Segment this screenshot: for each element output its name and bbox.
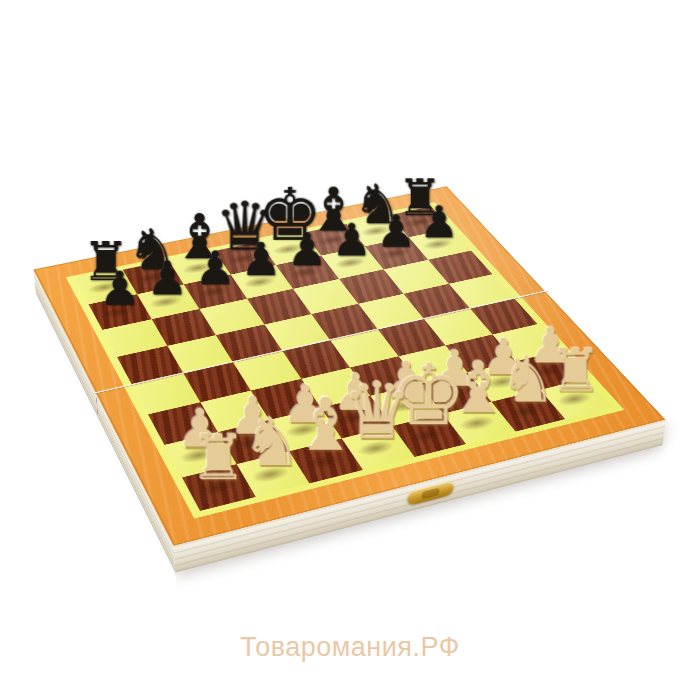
clasp-keeper	[421, 486, 440, 499]
black-pawn-a7[interactable]: ♟	[79, 218, 161, 312]
chess-board[interactable]: ♜♞♝♛♚♝♞♜♟♟♟♟♟♟♟♟♟♟♟♟♟♟♟♟♜♞♝♛♚♝♞♜	[33, 186, 665, 546]
pieces-layer: ♜♞♝♛♚♝♞♜♟♟♟♟♟♟♟♟♟♟♟♟♟♟♟♟♜♞♝♛♚♝♞♜	[33, 186, 665, 546]
white-rook-a1[interactable]: ♜	[171, 379, 265, 487]
product-photo: ♜♞♝♛♚♝♞♜♟♟♟♟♟♟♟♟♟♟♟♟♟♟♟♟♜♞♝♛♚♝♞♜ Товаром…	[0, 0, 700, 700]
gold-clasp-latch[interactable]	[407, 480, 454, 506]
watermark-text: Товаромания.РФ	[0, 632, 700, 663]
